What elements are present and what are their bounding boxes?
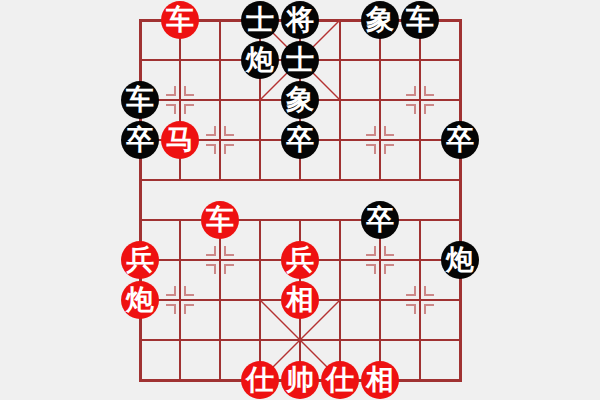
- piece-red-advisor[interactable]: 仕: [321, 361, 359, 399]
- piece-black-king[interactable]: 将: [281, 1, 319, 39]
- piece-black-chariot[interactable]: 车: [121, 81, 159, 119]
- piece-black-elephant[interactable]: 象: [281, 81, 319, 119]
- piece-red-elephant[interactable]: 相: [361, 361, 399, 399]
- piece-red-advisor[interactable]: 仕: [241, 361, 279, 399]
- pieces-layer: 车士将象车炮士车象卒马卒卒车卒兵兵炮炮相仕帅仕相: [120, 0, 480, 400]
- xiangqi-board: 车士将象车炮士车象卒马卒卒车卒兵兵炮炮相仕帅仕相: [0, 0, 600, 400]
- piece-red-chariot[interactable]: 车: [201, 201, 239, 239]
- piece-red-cannon[interactable]: 炮: [121, 281, 159, 319]
- piece-red-soldier[interactable]: 兵: [281, 241, 319, 279]
- piece-black-chariot[interactable]: 车: [401, 1, 439, 39]
- piece-black-cannon[interactable]: 炮: [241, 41, 279, 79]
- piece-red-elephant[interactable]: 相: [281, 281, 319, 319]
- piece-black-soldier[interactable]: 卒: [281, 121, 319, 159]
- piece-red-king[interactable]: 帅: [281, 361, 319, 399]
- piece-red-horse[interactable]: 马: [161, 121, 199, 159]
- piece-black-advisor[interactable]: 士: [241, 1, 279, 39]
- piece-black-elephant[interactable]: 象: [361, 1, 399, 39]
- piece-red-soldier[interactable]: 兵: [121, 241, 159, 279]
- piece-red-chariot[interactable]: 车: [161, 1, 199, 39]
- piece-black-soldier[interactable]: 卒: [441, 121, 479, 159]
- piece-black-soldier[interactable]: 卒: [361, 201, 399, 239]
- piece-black-advisor[interactable]: 士: [281, 41, 319, 79]
- piece-black-soldier[interactable]: 卒: [121, 121, 159, 159]
- piece-black-cannon[interactable]: 炮: [441, 241, 479, 279]
